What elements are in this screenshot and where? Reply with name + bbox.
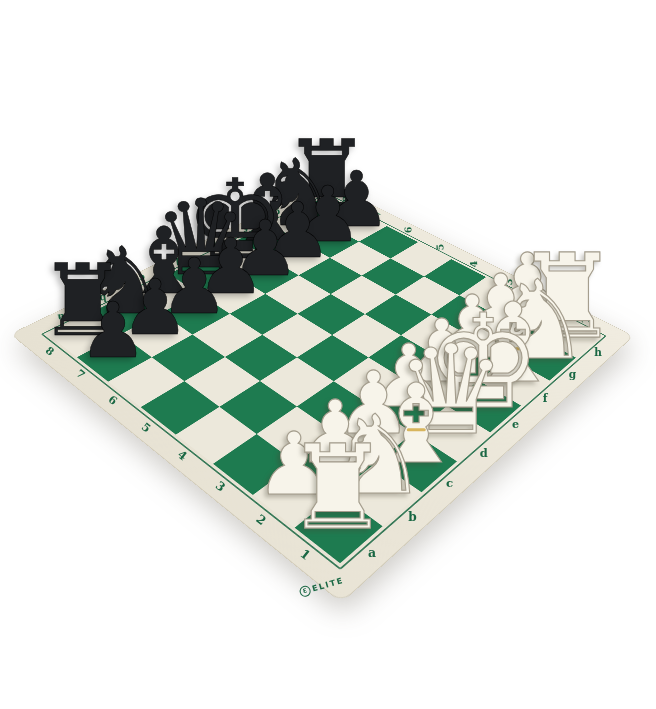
piece-white-rook-a1[interactable]: ♜ [285, 429, 390, 546]
chess-set-photo: aabbccddeeffgghh8877665544332211♜♞♝♛♚♝♞♜… [0, 0, 656, 709]
rank-label-6-east: 6 [403, 227, 412, 234]
piece-black-pawn-a7[interactable]: ♟ [79, 293, 148, 370]
rank-label-5-east: 5 [435, 243, 445, 250]
